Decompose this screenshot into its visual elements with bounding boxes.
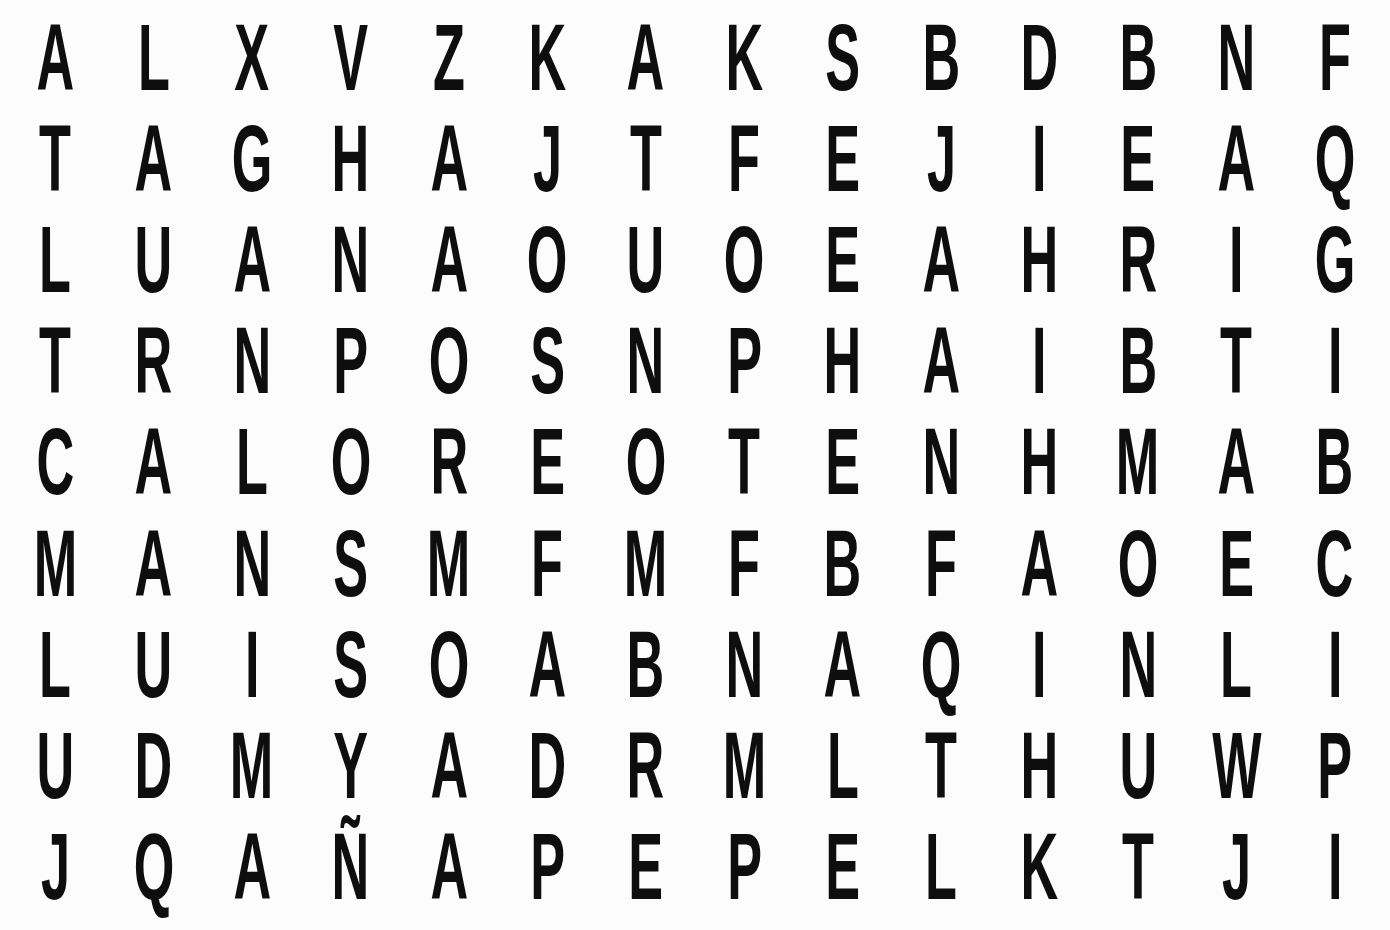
letter-glyph: I [1032, 617, 1047, 712]
letter-glyph: N [627, 313, 665, 408]
letter-glyph: S [825, 10, 860, 105]
letter-cell[interactable]: Q [104, 813, 202, 914]
letter-cell[interactable]: E [793, 105, 891, 206]
letter-cell[interactable]: N [203, 510, 301, 611]
letter-cell[interactable]: E [793, 813, 891, 914]
word-search-puzzle: ALXVZKAKSBDBNFTAGHAJTFEJIEAQLUANAOUOEAHR… [0, 0, 1390, 930]
letter-cell[interactable]: S [498, 307, 596, 408]
letter-cell[interactable]: I [990, 105, 1088, 206]
letter-glyph: H [824, 313, 862, 408]
letter-cell[interactable]: Q [892, 611, 990, 712]
letter-cell[interactable]: X [203, 4, 301, 105]
letter-cell[interactable]: U [6, 712, 104, 813]
letter-cell[interactable]: J [498, 105, 596, 206]
letter-glyph: I [245, 617, 260, 712]
letter-cell[interactable]: T [695, 408, 793, 509]
letter-cell[interactable]: A [400, 105, 498, 206]
letter-glyph: A [36, 10, 74, 105]
letter-cell[interactable]: L [892, 813, 990, 914]
letter-glyph: Q [921, 617, 962, 712]
letter-cell[interactable]: O [695, 206, 793, 307]
letter-glyph: O [429, 617, 470, 712]
letter-glyph: T [1220, 313, 1252, 408]
letter-cell[interactable]: B [597, 611, 695, 712]
letter-cell[interactable]: M [400, 510, 498, 611]
letter-glyph: L [236, 414, 268, 509]
letter-glyph: O [330, 414, 371, 509]
letter-glyph: I [1328, 617, 1343, 712]
letter-cell[interactable]: L [1187, 611, 1285, 712]
letter-glyph: A [627, 10, 665, 105]
letter-cell[interactable]: N [695, 611, 793, 712]
letter-cell[interactable]: L [6, 611, 104, 712]
letter-cell[interactable]: A [892, 206, 990, 307]
letter-glyph: L [1220, 617, 1252, 712]
letter-glyph: L [925, 819, 957, 914]
letter-glyph: O [625, 414, 666, 509]
letter-cell[interactable]: T [6, 307, 104, 408]
letter-glyph: I [1229, 212, 1244, 307]
letter-glyph: I [1032, 313, 1047, 408]
letter-glyph: A [135, 414, 173, 509]
letter-cell[interactable]: F [695, 510, 793, 611]
letter-glyph: P [333, 313, 368, 408]
letter-cell[interactable]: H [990, 408, 1088, 509]
letter-glyph: E [530, 414, 565, 509]
letter-glyph: T [728, 414, 760, 509]
letter-cell[interactable]: O [597, 408, 695, 509]
letter-glyph: C [36, 414, 74, 509]
letter-cell[interactable]: M [695, 712, 793, 813]
letter-cell[interactable]: B [892, 4, 990, 105]
letter-glyph: B [1119, 313, 1157, 408]
letter-cell[interactable]: T [597, 105, 695, 206]
letter-glyph: P [727, 313, 762, 408]
letter-cell[interactable]: M [1089, 408, 1187, 509]
letter-cell[interactable]: I [1286, 611, 1384, 712]
letter-glyph: E [825, 414, 860, 509]
letter-glyph: A [430, 111, 468, 206]
letter-glyph: B [1119, 10, 1157, 105]
letter-cell[interactable]: I [990, 307, 1088, 408]
letter-cell[interactable]: R [597, 712, 695, 813]
letter-glyph: T [630, 111, 662, 206]
letter-glyph: F [728, 111, 760, 206]
letter-glyph: L [39, 212, 71, 307]
letter-cell[interactable]: G [1286, 206, 1384, 307]
letter-glyph: S [333, 617, 368, 712]
letter-glyph: J [533, 111, 562, 206]
letter-cell[interactable]: H [301, 105, 399, 206]
letter-cell[interactable]: E [793, 206, 891, 307]
letter-cell[interactable]: A [793, 611, 891, 712]
letter-cell[interactable]: H [990, 206, 1088, 307]
letter-cell[interactable]: R [1089, 206, 1187, 307]
letter-glyph: R [627, 718, 665, 813]
letter-glyph: A [1217, 111, 1255, 206]
letter-cell[interactable]: F [498, 510, 596, 611]
letter-glyph: I [1328, 819, 1343, 914]
letter-cell[interactable]: I [1286, 813, 1384, 914]
letter-cell[interactable]: A [203, 206, 301, 307]
letter-cell[interactable]: B [793, 510, 891, 611]
letter-cell[interactable]: N [203, 307, 301, 408]
letter-cell[interactable]: N [301, 206, 399, 307]
letter-glyph: N [332, 212, 370, 307]
letter-cell[interactable]: A [892, 307, 990, 408]
letter-glyph: J [927, 111, 956, 206]
letter-glyph: F [1319, 10, 1351, 105]
letter-cell[interactable]: B [1089, 4, 1187, 105]
letter-cell[interactable]: H [793, 307, 891, 408]
letter-cell[interactable]: D [104, 712, 202, 813]
letter-glyph: A [430, 819, 468, 914]
letter-cell[interactable]: H [990, 712, 1088, 813]
letter-cell[interactable]: N [1089, 611, 1187, 712]
letter-cell[interactable]: B [1089, 307, 1187, 408]
letter-cell[interactable]: A [203, 813, 301, 914]
letter-cell[interactable]: S [301, 611, 399, 712]
letter-glyph: R [135, 313, 173, 408]
letter-glyph: M [722, 718, 766, 813]
letter-glyph: B [1316, 414, 1354, 509]
letter-cell[interactable]: K [695, 4, 793, 105]
letter-cell[interactable]: A [990, 510, 1088, 611]
letter-glyph: N [922, 414, 960, 509]
letter-cell[interactable]: A [400, 813, 498, 914]
letter-cell[interactable]: C [1286, 510, 1384, 611]
letter-cell[interactable]: I [990, 611, 1088, 712]
letter-glyph: T [39, 111, 71, 206]
letter-cell[interactable]: J [892, 105, 990, 206]
letter-glyph: L [138, 10, 170, 105]
letter-glyph: L [827, 718, 859, 813]
word-search-board: ALXVZKAKSBDBNFTAGHAJTFEJIEAQLUANAOUOEAHR… [0, 0, 1390, 930]
letter-cell[interactable]: T [1089, 813, 1187, 914]
letter-cell[interactable]: L [203, 408, 301, 509]
letter-cell[interactable]: R [400, 408, 498, 509]
letter-glyph: F [531, 516, 563, 611]
letter-glyph: N [233, 516, 271, 611]
letter-cell[interactable]: O [1089, 510, 1187, 611]
letter-cell[interactable]: P [301, 307, 399, 408]
letter-glyph: M [1116, 414, 1160, 509]
letter-cell[interactable]: U [1089, 712, 1187, 813]
letter-glyph: T [925, 718, 957, 813]
letter-glyph: P [727, 819, 762, 914]
letter-glyph: L [39, 617, 71, 712]
letter-glyph: F [925, 516, 957, 611]
letter-glyph: C [1316, 516, 1354, 611]
letter-glyph: A [233, 212, 271, 307]
letter-glyph: U [36, 718, 74, 813]
letter-cell[interactable]: F [695, 105, 793, 206]
letter-cell[interactable]: P [695, 813, 793, 914]
letter-cell[interactable]: M [597, 510, 695, 611]
letter-glyph: M [624, 516, 668, 611]
letter-cell[interactable]: J [1187, 813, 1285, 914]
letter-glyph: P [1317, 718, 1352, 813]
letter-glyph: N [233, 313, 271, 408]
letter-cell[interactable]: K [498, 4, 596, 105]
letter-glyph: X [235, 10, 270, 105]
letter-cell[interactable]: M [203, 712, 301, 813]
letter-glyph: A [922, 313, 960, 408]
letter-glyph: A [233, 819, 271, 914]
letter-cell[interactable]: O [400, 307, 498, 408]
letter-cell[interactable]: U [104, 206, 202, 307]
letter-cell[interactable]: L [6, 206, 104, 307]
letter-glyph: M [427, 516, 471, 611]
letter-glyph: K [725, 10, 763, 105]
letter-glyph: E [825, 111, 860, 206]
letter-glyph: W [1212, 718, 1261, 813]
letter-cell[interactable]: L [793, 712, 891, 813]
letter-cell[interactable]: A [498, 611, 596, 712]
letter-glyph: H [1021, 212, 1059, 307]
letter-glyph: U [627, 212, 665, 307]
letter-cell[interactable]: P [498, 813, 596, 914]
letter-glyph: Q [1314, 111, 1355, 206]
letter-glyph: S [333, 516, 368, 611]
letter-glyph: R [430, 414, 468, 509]
letter-cell[interactable]: O [301, 408, 399, 509]
letter-glyph: U [135, 617, 173, 712]
letter-glyph: M [33, 516, 77, 611]
letter-glyph: B [922, 10, 960, 105]
letter-glyph: U [135, 212, 173, 307]
letter-glyph: A [922, 212, 960, 307]
letter-glyph: O [429, 313, 470, 408]
letter-cell[interactable]: D [498, 712, 596, 813]
letter-glyph: K [528, 10, 566, 105]
letter-glyph: K [1021, 819, 1059, 914]
letter-glyph: A [824, 617, 862, 712]
letter-glyph: A [430, 718, 468, 813]
letter-glyph: D [528, 718, 566, 813]
letter-cell[interactable]: T [6, 105, 104, 206]
letter-glyph: N [725, 617, 763, 712]
letter-glyph: O [527, 212, 568, 307]
letter-cell[interactable]: A [104, 510, 202, 611]
letter-glyph: G [232, 111, 273, 206]
letter-cell[interactable]: M [6, 510, 104, 611]
letter-cell[interactable]: L [104, 4, 202, 105]
letter-cell[interactable]: A [104, 408, 202, 509]
letter-glyph: I [1328, 313, 1343, 408]
letter-cell[interactable]: N [892, 408, 990, 509]
letter-cell[interactable]: A [1187, 408, 1285, 509]
letter-cell[interactable]: A [400, 206, 498, 307]
letter-glyph: A [1217, 414, 1255, 509]
letter-glyph: A [135, 516, 173, 611]
letter-cell[interactable]: F [1286, 4, 1384, 105]
letter-cell[interactable]: W [1187, 712, 1285, 813]
letter-glyph: A [1021, 516, 1059, 611]
letter-cell[interactable]: N [1187, 4, 1285, 105]
letter-cell[interactable]: E [498, 408, 596, 509]
letter-cell[interactable]: G [203, 105, 301, 206]
letter-cell[interactable]: E [1187, 510, 1285, 611]
letter-cell[interactable]: O [400, 611, 498, 712]
letter-glyph: D [135, 718, 173, 813]
letter-glyph: J [41, 819, 70, 914]
letter-glyph: T [39, 313, 71, 408]
letter-glyph: I [1032, 111, 1047, 206]
letter-cell[interactable]: I [203, 611, 301, 712]
letter-glyph: B [627, 617, 665, 712]
letter-glyph: M [230, 718, 274, 813]
letter-glyph: A [528, 617, 566, 712]
letter-cell[interactable]: P [695, 307, 793, 408]
letter-glyph: S [530, 313, 565, 408]
letter-glyph: E [628, 819, 663, 914]
letter-cell[interactable]: P [1286, 712, 1384, 813]
letter-glyph: R [1119, 212, 1157, 307]
letter-glyph: O [1118, 516, 1159, 611]
letter-glyph: A [430, 212, 468, 307]
letter-cell[interactable]: S [793, 4, 891, 105]
letter-cell[interactable]: K [990, 813, 1088, 914]
letter-cell[interactable]: A [400, 712, 498, 813]
letter-cell[interactable]: I [1286, 307, 1384, 408]
letter-glyph: U [1119, 718, 1157, 813]
letter-cell[interactable]: D [990, 4, 1088, 105]
letter-cell[interactable]: F [892, 510, 990, 611]
letter-cell[interactable]: J [6, 813, 104, 914]
letter-glyph: H [1021, 414, 1059, 509]
letter-glyph: V [333, 10, 368, 105]
letter-cell[interactable]: A [1187, 105, 1285, 206]
letter-glyph: P [530, 819, 565, 914]
letter-glyph: T [1122, 819, 1154, 914]
letter-cell[interactable]: T [1187, 307, 1285, 408]
letter-cell[interactable]: S [301, 510, 399, 611]
letter-cell[interactable]: E [597, 813, 695, 914]
letter-cell[interactable]: V [301, 4, 399, 105]
letter-glyph: E [825, 819, 860, 914]
letter-cell[interactable]: Ñ [301, 813, 399, 914]
letter-glyph: B [824, 516, 862, 611]
letter-glyph: E [825, 212, 860, 307]
letter-cell[interactable]: Z [400, 4, 498, 105]
letter-glyph: A [135, 111, 173, 206]
letter-cell[interactable]: A [6, 4, 104, 105]
letter-glyph: Z [433, 10, 465, 105]
letter-glyph: Y [333, 718, 368, 813]
letter-glyph: N [1119, 617, 1157, 712]
letter-cell[interactable]: E [1089, 105, 1187, 206]
letter-cell[interactable]: Y [301, 712, 399, 813]
letter-cell[interactable]: R [104, 307, 202, 408]
letter-glyph: G [1314, 212, 1355, 307]
letter-glyph: Q [133, 819, 174, 914]
letter-cell[interactable]: U [104, 611, 202, 712]
letter-cell[interactable]: I [1187, 206, 1285, 307]
letter-glyph: H [332, 111, 370, 206]
letter-glyph: Ñ [332, 819, 370, 914]
letter-cell[interactable]: Q [1286, 105, 1384, 206]
letter-cell[interactable]: A [104, 105, 202, 206]
letter-cell[interactable]: U [597, 206, 695, 307]
letter-cell[interactable]: E [793, 408, 891, 509]
letter-glyph: H [1021, 718, 1059, 813]
letter-glyph: O [724, 212, 765, 307]
letter-glyph: F [728, 516, 760, 611]
letter-glyph: J [1222, 819, 1251, 914]
letter-glyph: E [1219, 516, 1254, 611]
letter-cell[interactable]: C [6, 408, 104, 509]
letter-glyph: D [1021, 10, 1059, 105]
letter-cell[interactable]: B [1286, 408, 1384, 509]
letter-cell[interactable]: N [597, 307, 695, 408]
letter-glyph: E [1120, 111, 1155, 206]
letter-cell[interactable]: T [892, 712, 990, 813]
letter-cell[interactable]: A [597, 4, 695, 105]
letter-glyph: N [1217, 10, 1255, 105]
letter-cell[interactable]: O [498, 206, 596, 307]
